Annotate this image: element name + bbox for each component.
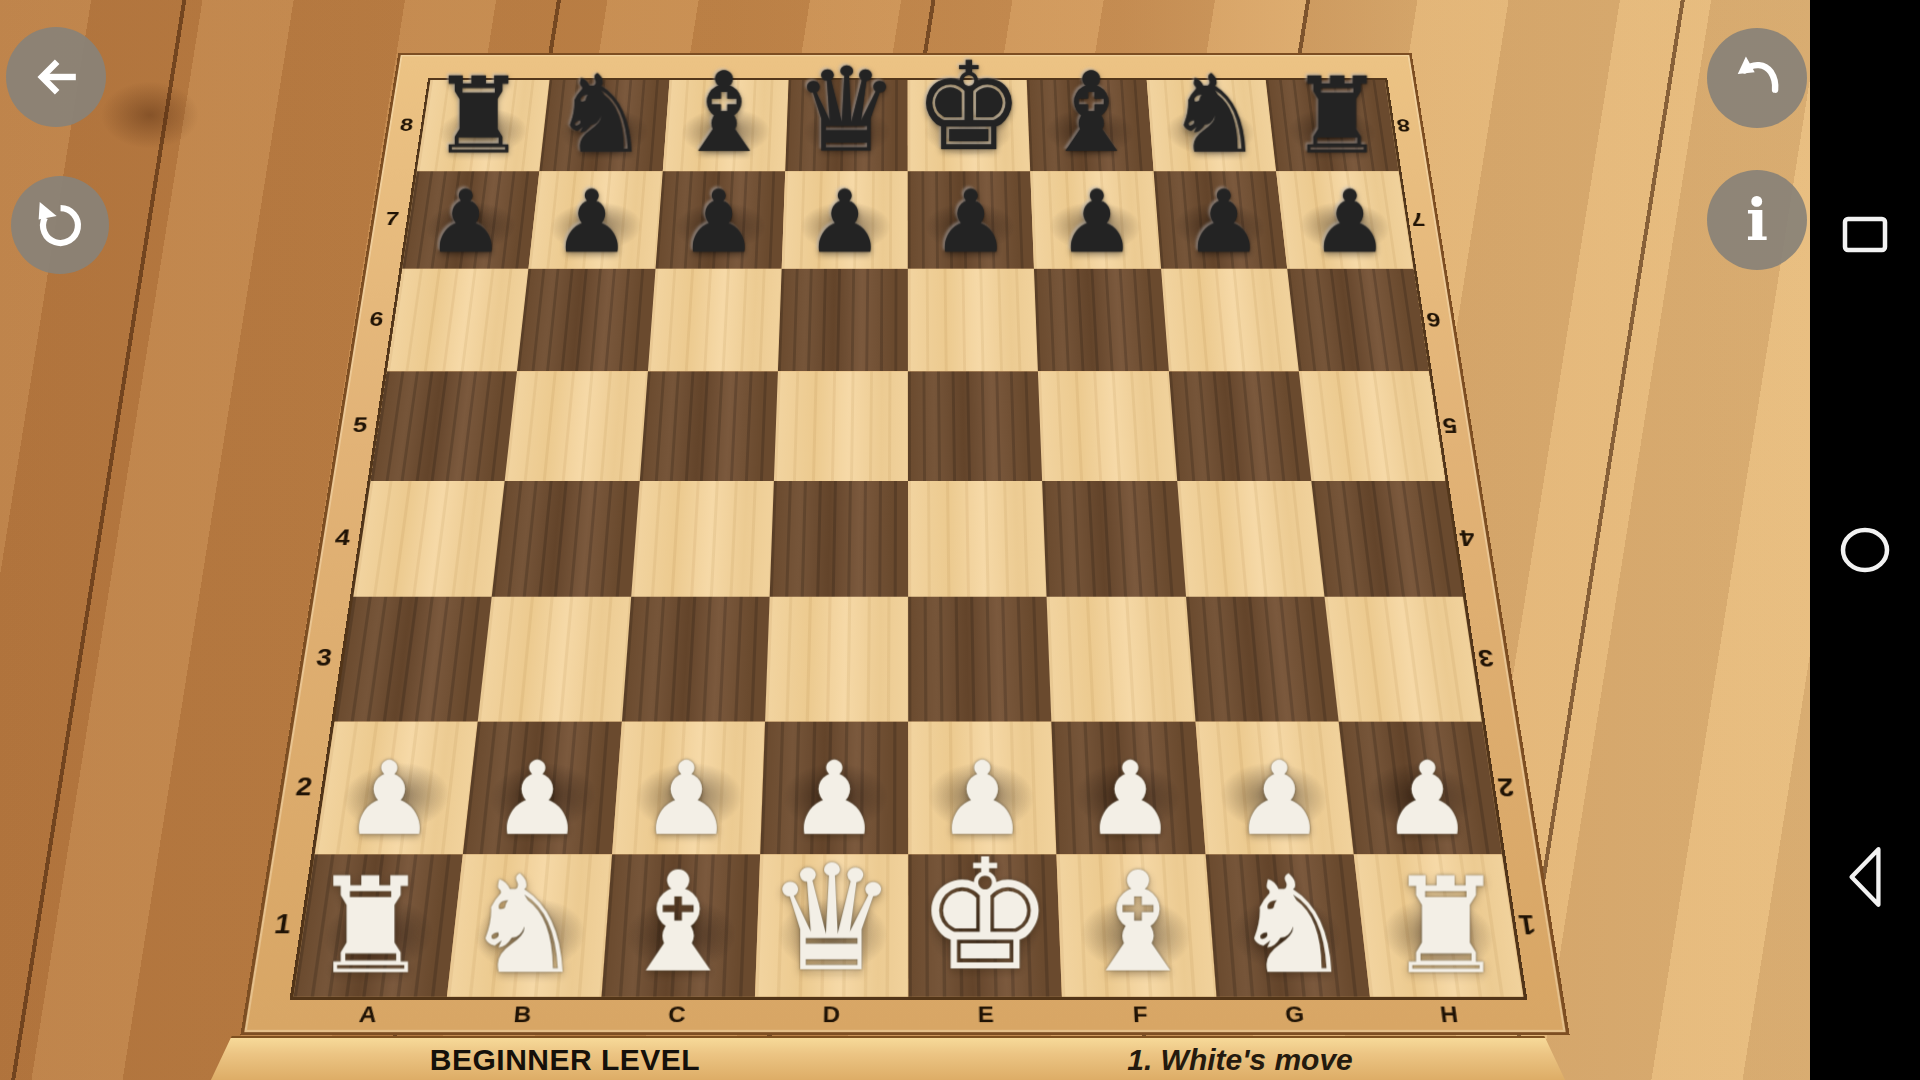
file-label-b: B — [512, 1001, 532, 1028]
back-button[interactable] — [6, 27, 106, 127]
piece-white-knight[interactable]: ♞ — [464, 857, 585, 992]
piece-black-pawn[interactable]: ♟ — [932, 179, 1010, 266]
chess-board: ♜♞♝♛♚♝♞♜♟♟♟♟♟♟♟♟♟♟♟♟♟♟♟♟♜♞♝♛♚♝♞♜ 8877665… — [240, 53, 1569, 1035]
square-d7[interactable]: ♟ — [781, 172, 907, 269]
square-h1[interactable]: ♜ — [1353, 854, 1523, 997]
square-a3[interactable] — [335, 597, 492, 721]
file-label-e: E — [977, 1001, 994, 1028]
piece-black-rook[interactable]: ♜ — [1289, 63, 1384, 169]
piece-black-pawn[interactable]: ♟ — [427, 179, 505, 266]
square-b3[interactable] — [478, 597, 631, 721]
piece-white-pawn[interactable]: ♟ — [1085, 748, 1176, 850]
square-a1[interactable]: ♜ — [293, 854, 463, 997]
square-a6[interactable] — [387, 268, 529, 371]
square-e3[interactable] — [908, 597, 1051, 721]
piece-black-pawn[interactable]: ♟ — [1058, 179, 1136, 266]
square-f2[interactable]: ♟ — [1052, 721, 1205, 854]
rank-label-left-7: 7 — [376, 208, 407, 230]
file-label-h: H — [1438, 1001, 1459, 1028]
square-g5[interactable] — [1168, 371, 1311, 480]
piece-black-king[interactable]: ♚ — [914, 46, 1024, 168]
rank-label-right-1: 1 — [1508, 908, 1547, 941]
piece-black-queen[interactable]: ♛ — [794, 52, 899, 169]
square-g8[interactable]: ♞ — [1146, 80, 1276, 171]
piece-white-king[interactable]: ♚ — [917, 839, 1054, 992]
piece-white-bishop[interactable]: ♝ — [616, 854, 740, 992]
rank-label-left-6: 6 — [360, 307, 392, 331]
square-c2[interactable]: ♟ — [612, 721, 765, 854]
piece-black-pawn[interactable]: ♟ — [680, 179, 758, 266]
square-b5[interactable] — [505, 371, 647, 480]
square-d6[interactable] — [778, 268, 908, 371]
rotate-board-button[interactable] — [11, 176, 109, 274]
square-g2[interactable]: ♟ — [1195, 721, 1353, 854]
square-c3[interactable] — [621, 597, 769, 721]
square-b7[interactable]: ♟ — [529, 172, 663, 269]
rank-label-left-1: 1 — [263, 908, 302, 941]
piece-black-rook[interactable]: ♜ — [431, 63, 526, 169]
home-circle-icon[interactable] — [1839, 524, 1891, 579]
square-a7[interactable]: ♟ — [402, 172, 539, 269]
square-f1[interactable]: ♝ — [1057, 854, 1216, 997]
square-b4[interactable] — [492, 481, 639, 597]
info-icon: i — [1746, 191, 1768, 249]
piece-white-pawn[interactable]: ♟ — [1382, 748, 1473, 850]
square-e1[interactable]: ♚ — [908, 854, 1062, 997]
rank-label-right-2: 2 — [1487, 771, 1524, 802]
rank-label-left-8: 8 — [391, 115, 421, 136]
square-c6[interactable] — [647, 268, 781, 371]
square-a5[interactable] — [371, 371, 518, 480]
piece-black-pawn[interactable]: ♟ — [553, 179, 631, 266]
square-h5[interactable] — [1299, 371, 1446, 480]
android-navigation-bar — [1810, 0, 1920, 1080]
file-label-d: D — [822, 1001, 840, 1028]
square-f3[interactable] — [1047, 597, 1195, 721]
rank-label-left-3: 3 — [306, 644, 342, 673]
square-b2[interactable]: ♟ — [463, 721, 621, 854]
file-label-a: A — [358, 1001, 379, 1028]
file-label-f: F — [1132, 1001, 1148, 1028]
square-c1[interactable]: ♝ — [601, 854, 760, 997]
square-d5[interactable] — [774, 371, 908, 480]
square-e7[interactable]: ♟ — [908, 172, 1034, 269]
move-status-label: 1. White's move — [1127, 1043, 1353, 1077]
rotate-counterclockwise-icon — [33, 198, 87, 252]
piece-black-bishop[interactable]: ♝ — [1042, 58, 1141, 169]
table-background: ♜♞♝♛♚♝♞♜♟♟♟♟♟♟♟♟♟♟♟♟♟♟♟♟♜♞♝♛♚♝♞♜ 8877665… — [0, 0, 1810, 1080]
square-e4[interactable] — [908, 481, 1047, 597]
square-b8[interactable]: ♞ — [540, 80, 670, 171]
back-triangle-icon[interactable] — [1842, 842, 1888, 915]
piece-white-pawn[interactable]: ♟ — [640, 748, 731, 850]
piece-white-bishop[interactable]: ♝ — [1077, 854, 1201, 992]
info-button[interactable]: i — [1707, 170, 1807, 270]
square-b6[interactable] — [517, 268, 655, 371]
piece-white-rook[interactable]: ♜ — [311, 860, 430, 993]
piece-black-pawn[interactable]: ♟ — [806, 179, 884, 266]
file-label-g: G — [1284, 1001, 1305, 1028]
square-a8[interactable]: ♜ — [417, 80, 550, 171]
square-h2[interactable]: ♟ — [1338, 721, 1501, 854]
level-label: BEGINNER LEVEL — [430, 1043, 700, 1077]
square-f4[interactable] — [1042, 481, 1185, 597]
square-g4[interactable] — [1177, 481, 1325, 597]
square-e8[interactable]: ♚ — [908, 80, 1031, 171]
rank-label-left-4: 4 — [325, 524, 360, 551]
piece-black-knight[interactable]: ♞ — [553, 61, 650, 169]
piece-black-knight[interactable]: ♞ — [1166, 61, 1263, 169]
square-c5[interactable] — [639, 371, 777, 480]
piece-white-queen[interactable]: ♛ — [766, 846, 897, 992]
square-c8[interactable]: ♝ — [662, 80, 788, 171]
undo-move-button[interactable] — [1707, 28, 1807, 128]
rank-label-right-4: 4 — [1450, 524, 1485, 551]
square-h4[interactable] — [1311, 481, 1463, 597]
board-front-face: BEGINNER LEVEL 1. White's move — [210, 1036, 1566, 1080]
square-f8[interactable]: ♝ — [1027, 80, 1153, 171]
square-h7[interactable]: ♟ — [1276, 172, 1413, 269]
square-d1[interactable]: ♛ — [755, 854, 909, 997]
square-g7[interactable]: ♟ — [1153, 172, 1287, 269]
square-f7[interactable]: ♟ — [1030, 172, 1160, 269]
square-c4[interactable] — [631, 481, 774, 597]
square-g3[interactable] — [1186, 597, 1339, 721]
piece-black-bishop[interactable]: ♝ — [674, 58, 773, 169]
square-g6[interactable] — [1161, 268, 1299, 371]
square-e6[interactable] — [908, 268, 1038, 371]
piece-black-pawn[interactable]: ♟ — [1311, 179, 1389, 266]
square-d3[interactable] — [765, 597, 908, 721]
square-d8[interactable]: ♛ — [785, 80, 908, 171]
piece-white-pawn[interactable]: ♟ — [344, 748, 435, 850]
square-b1[interactable]: ♞ — [447, 854, 611, 997]
square-h3[interactable] — [1324, 597, 1482, 721]
piece-white-knight[interactable]: ♞ — [1232, 857, 1353, 992]
rank-label-right-3: 3 — [1468, 644, 1504, 673]
rank-label-left-5: 5 — [343, 412, 376, 437]
rank-label-right-7: 7 — [1402, 208, 1433, 230]
square-g1[interactable]: ♞ — [1205, 854, 1370, 997]
square-c7[interactable]: ♟ — [655, 172, 785, 269]
piece-white-pawn[interactable]: ♟ — [1233, 748, 1324, 850]
recents-square-icon[interactable] — [1841, 214, 1889, 259]
rank-label-left-2: 2 — [285, 771, 322, 802]
file-label-c: C — [667, 1001, 686, 1028]
board-grid: ♜♞♝♛♚♝♞♜♟♟♟♟♟♟♟♟♟♟♟♟♟♟♟♟♜♞♝♛♚♝♞♜ — [293, 80, 1523, 997]
piece-white-rook[interactable]: ♜ — [1386, 860, 1505, 993]
back-arrow-icon — [28, 49, 84, 105]
undo-curved-arrow-icon — [1729, 50, 1785, 106]
square-h6[interactable] — [1287, 268, 1429, 371]
square-f6[interactable] — [1034, 268, 1168, 371]
piece-white-pawn[interactable]: ♟ — [492, 748, 583, 850]
square-a2[interactable]: ♟ — [315, 721, 478, 854]
board-scene: ♜♞♝♛♚♝♞♜♟♟♟♟♟♟♟♟♟♟♟♟♟♟♟♟♜♞♝♛♚♝♞♜ 8877665… — [0, 0, 1810, 1080]
square-h8[interactable]: ♜ — [1266, 80, 1399, 171]
square-a4[interactable] — [353, 481, 505, 597]
square-f5[interactable] — [1038, 371, 1177, 480]
piece-black-pawn[interactable]: ♟ — [1185, 179, 1263, 266]
square-e5[interactable] — [908, 371, 1042, 480]
square-d4[interactable] — [769, 481, 908, 597]
